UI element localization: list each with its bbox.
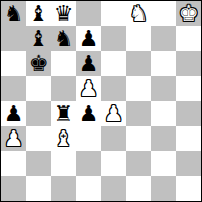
white-bishop-icon: ♝ [54,126,74,151]
square-c3[interactable]: ♝ [51,126,76,151]
square-d1[interactable] [76,176,101,201]
square-a5[interactable] [1,76,26,101]
square-b3[interactable] [26,126,51,151]
square-e7[interactable] [101,26,126,51]
square-c8[interactable]: ♛ [51,1,76,26]
white-king-icon: ♚ [179,1,199,26]
white-pawn-icon: ♟ [79,76,99,101]
square-a4[interactable]: ♟ [1,101,26,126]
square-g5[interactable] [151,76,176,101]
square-b8[interactable]: ♝ [26,1,51,26]
black-pawn-icon: ♟ [79,101,99,126]
square-e6[interactable] [101,51,126,76]
square-e8[interactable] [101,1,126,26]
square-h5[interactable] [176,76,201,101]
square-g3[interactable] [151,126,176,151]
black-bishop-icon: ♝ [29,1,49,26]
square-d7[interactable]: ♟ [76,26,101,51]
square-b1[interactable] [26,176,51,201]
square-e3[interactable] [101,126,126,151]
square-c7[interactable]: ♞ [51,26,76,51]
square-b4[interactable] [26,101,51,126]
square-b7[interactable]: ♝ [26,26,51,51]
square-b2[interactable] [26,151,51,176]
black-queen-icon: ♛ [54,1,74,26]
white-knight-icon: ♞ [129,1,149,26]
square-d3[interactable] [76,126,101,151]
square-c6[interactable] [51,51,76,76]
square-h8[interactable]: ♚ [176,1,201,26]
square-d8[interactable] [76,1,101,26]
square-h3[interactable] [176,126,201,151]
black-pawn-icon: ♟ [4,101,24,126]
square-h7[interactable] [176,26,201,51]
square-d4[interactable]: ♟ [76,101,101,126]
square-f1[interactable] [126,176,151,201]
square-f7[interactable] [126,26,151,51]
black-pawn-icon: ♟ [79,51,99,76]
square-e4[interactable]: ♟ [101,101,126,126]
square-g4[interactable] [151,101,176,126]
square-e2[interactable] [101,151,126,176]
square-a6[interactable] [1,51,26,76]
square-c2[interactable] [51,151,76,176]
square-f6[interactable] [126,51,151,76]
square-g8[interactable] [151,1,176,26]
black-pawn-icon: ♟ [79,26,99,51]
square-d5[interactable]: ♟ [76,76,101,101]
square-a3[interactable]: ♟ [1,126,26,151]
square-a8[interactable]: ♞ [1,1,26,26]
square-g2[interactable] [151,151,176,176]
square-g7[interactable] [151,26,176,51]
black-king-icon: ♚ [29,51,49,76]
square-f4[interactable] [126,101,151,126]
square-a2[interactable] [1,151,26,176]
square-a1[interactable] [1,176,26,201]
square-c5[interactable] [51,76,76,101]
white-pawn-icon: ♟ [4,126,24,151]
black-bishop-icon: ♝ [29,26,49,51]
black-knight-icon: ♞ [4,1,24,26]
square-c4[interactable]: ♜ [51,101,76,126]
square-f2[interactable] [126,151,151,176]
chess-diagram: ♞♝♛♞♚♝♞♟♚♟♟♟♜♟♟♟♝ [0,0,202,202]
square-h6[interactable] [176,51,201,76]
square-f8[interactable]: ♞ [126,1,151,26]
square-g6[interactable] [151,51,176,76]
black-rook-icon: ♜ [54,101,74,126]
square-d6[interactable]: ♟ [76,51,101,76]
square-h4[interactable] [176,101,201,126]
square-c1[interactable] [51,176,76,201]
chess-board: ♞♝♛♞♚♝♞♟♚♟♟♟♜♟♟♟♝ [0,0,202,202]
square-h1[interactable] [176,176,201,201]
black-knight-icon: ♞ [54,26,74,51]
square-b5[interactable] [26,76,51,101]
square-e1[interactable] [101,176,126,201]
white-pawn-icon: ♟ [104,101,124,126]
square-h2[interactable] [176,151,201,176]
square-d2[interactable] [76,151,101,176]
square-f5[interactable] [126,76,151,101]
square-e5[interactable] [101,76,126,101]
square-g1[interactable] [151,176,176,201]
square-a7[interactable] [1,26,26,51]
square-f3[interactable] [126,126,151,151]
square-b6[interactable]: ♚ [26,51,51,76]
